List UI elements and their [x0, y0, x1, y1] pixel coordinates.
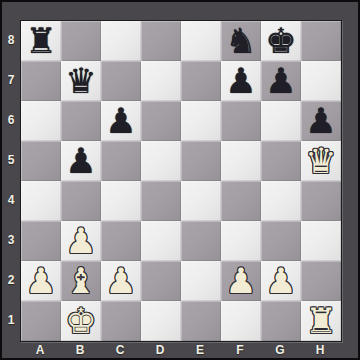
- square-f1[interactable]: [221, 301, 261, 341]
- rank-label-2: 2: [2, 260, 20, 300]
- square-f8[interactable]: ♞: [221, 21, 261, 61]
- square-d1[interactable]: [141, 301, 181, 341]
- square-d4[interactable]: [141, 181, 181, 221]
- piece-white-rook[interactable]: ♜: [305, 301, 336, 341]
- square-g1[interactable]: [261, 301, 301, 341]
- piece-black-pawn[interactable]: ♟: [225, 61, 256, 101]
- square-e7[interactable]: [181, 61, 221, 101]
- square-e2[interactable]: [181, 261, 221, 301]
- square-b4[interactable]: [61, 181, 101, 221]
- square-a8[interactable]: ♜: [21, 21, 61, 61]
- square-d6[interactable]: [141, 101, 181, 141]
- square-c4[interactable]: [101, 181, 141, 221]
- square-e5[interactable]: [181, 141, 221, 181]
- file-label-c: C: [100, 341, 140, 360]
- piece-white-pawn[interactable]: ♟: [265, 261, 296, 301]
- rank-label-3: 3: [2, 220, 20, 260]
- square-e3[interactable]: [181, 221, 221, 261]
- piece-black-pawn[interactable]: ♟: [305, 101, 336, 141]
- square-b8[interactable]: [61, 21, 101, 61]
- piece-black-pawn[interactable]: ♟: [265, 61, 296, 101]
- square-e4[interactable]: [181, 181, 221, 221]
- rank-label-5: 5: [2, 140, 20, 180]
- rank-label-6: 6: [2, 100, 20, 140]
- square-h7[interactable]: [301, 61, 341, 101]
- piece-black-king[interactable]: ♚: [265, 21, 296, 61]
- rank-label-8: 8: [2, 20, 20, 60]
- square-c7[interactable]: [101, 61, 141, 101]
- square-a3[interactable]: [21, 221, 61, 261]
- square-h6[interactable]: ♟: [301, 101, 341, 141]
- square-c5[interactable]: [101, 141, 141, 181]
- rank-label-1: 1: [2, 300, 20, 340]
- square-d7[interactable]: [141, 61, 181, 101]
- square-e1[interactable]: [181, 301, 221, 341]
- chess-board-frame: ♜♞♚♛♟♟♟♟♟♛♟♟♝♟♟♟♚♜ 87654321 ABCDEFGH: [0, 0, 360, 360]
- square-c6[interactable]: ♟: [101, 101, 141, 141]
- piece-white-queen[interactable]: ♛: [305, 141, 336, 181]
- square-a4[interactable]: [21, 181, 61, 221]
- file-label-f: F: [220, 341, 260, 360]
- square-e6[interactable]: [181, 101, 221, 141]
- piece-white-pawn[interactable]: ♟: [225, 261, 256, 301]
- square-e8[interactable]: [181, 21, 221, 61]
- square-b6[interactable]: [61, 101, 101, 141]
- square-c3[interactable]: [101, 221, 141, 261]
- square-h1[interactable]: ♜: [301, 301, 341, 341]
- file-label-a: A: [20, 341, 60, 360]
- file-label-d: D: [140, 341, 180, 360]
- square-g7[interactable]: ♟: [261, 61, 301, 101]
- file-label-b: B: [60, 341, 100, 360]
- square-a2[interactable]: ♟: [21, 261, 61, 301]
- square-d2[interactable]: [141, 261, 181, 301]
- piece-black-queen[interactable]: ♛: [65, 61, 96, 101]
- rank-label-4: 4: [2, 180, 20, 220]
- square-c1[interactable]: [101, 301, 141, 341]
- square-b7[interactable]: ♛: [61, 61, 101, 101]
- square-b5[interactable]: ♟: [61, 141, 101, 181]
- square-a6[interactable]: [21, 101, 61, 141]
- square-g3[interactable]: [261, 221, 301, 261]
- file-label-e: E: [180, 341, 220, 360]
- piece-black-rook[interactable]: ♜: [25, 21, 56, 61]
- piece-white-pawn[interactable]: ♟: [65, 221, 96, 261]
- square-b1[interactable]: ♚: [61, 301, 101, 341]
- square-c2[interactable]: ♟: [101, 261, 141, 301]
- rank-label-7: 7: [2, 60, 20, 100]
- square-a7[interactable]: [21, 61, 61, 101]
- file-label-g: G: [260, 341, 300, 360]
- piece-black-knight[interactable]: ♞: [225, 21, 256, 61]
- square-g4[interactable]: [261, 181, 301, 221]
- square-g8[interactable]: ♚: [261, 21, 301, 61]
- square-f6[interactable]: [221, 101, 261, 141]
- chess-board: ♜♞♚♛♟♟♟♟♟♛♟♟♝♟♟♟♚♜: [20, 20, 342, 342]
- square-d3[interactable]: [141, 221, 181, 261]
- square-f7[interactable]: ♟: [221, 61, 261, 101]
- square-d8[interactable]: [141, 21, 181, 61]
- square-d5[interactable]: [141, 141, 181, 181]
- piece-black-pawn[interactable]: ♟: [65, 141, 96, 181]
- square-c8[interactable]: [101, 21, 141, 61]
- piece-white-pawn[interactable]: ♟: [25, 261, 56, 301]
- square-h2[interactable]: [301, 261, 341, 301]
- square-h5[interactable]: ♛: [301, 141, 341, 181]
- square-g6[interactable]: [261, 101, 301, 141]
- square-f5[interactable]: [221, 141, 261, 181]
- file-label-h: H: [300, 341, 340, 360]
- piece-black-pawn[interactable]: ♟: [105, 101, 136, 141]
- piece-white-bishop[interactable]: ♝: [65, 261, 96, 301]
- square-a5[interactable]: [21, 141, 61, 181]
- square-h8[interactable]: [301, 21, 341, 61]
- square-g2[interactable]: ♟: [261, 261, 301, 301]
- piece-white-pawn[interactable]: ♟: [105, 261, 136, 301]
- square-f3[interactable]: [221, 221, 261, 261]
- square-f2[interactable]: ♟: [221, 261, 261, 301]
- square-b2[interactable]: ♝: [61, 261, 101, 301]
- square-a1[interactable]: [21, 301, 61, 341]
- square-b3[interactable]: ♟: [61, 221, 101, 261]
- piece-white-king[interactable]: ♚: [65, 301, 96, 341]
- square-h3[interactable]: [301, 221, 341, 261]
- square-g5[interactable]: [261, 141, 301, 181]
- square-h4[interactable]: [301, 181, 341, 221]
- square-f4[interactable]: [221, 181, 261, 221]
